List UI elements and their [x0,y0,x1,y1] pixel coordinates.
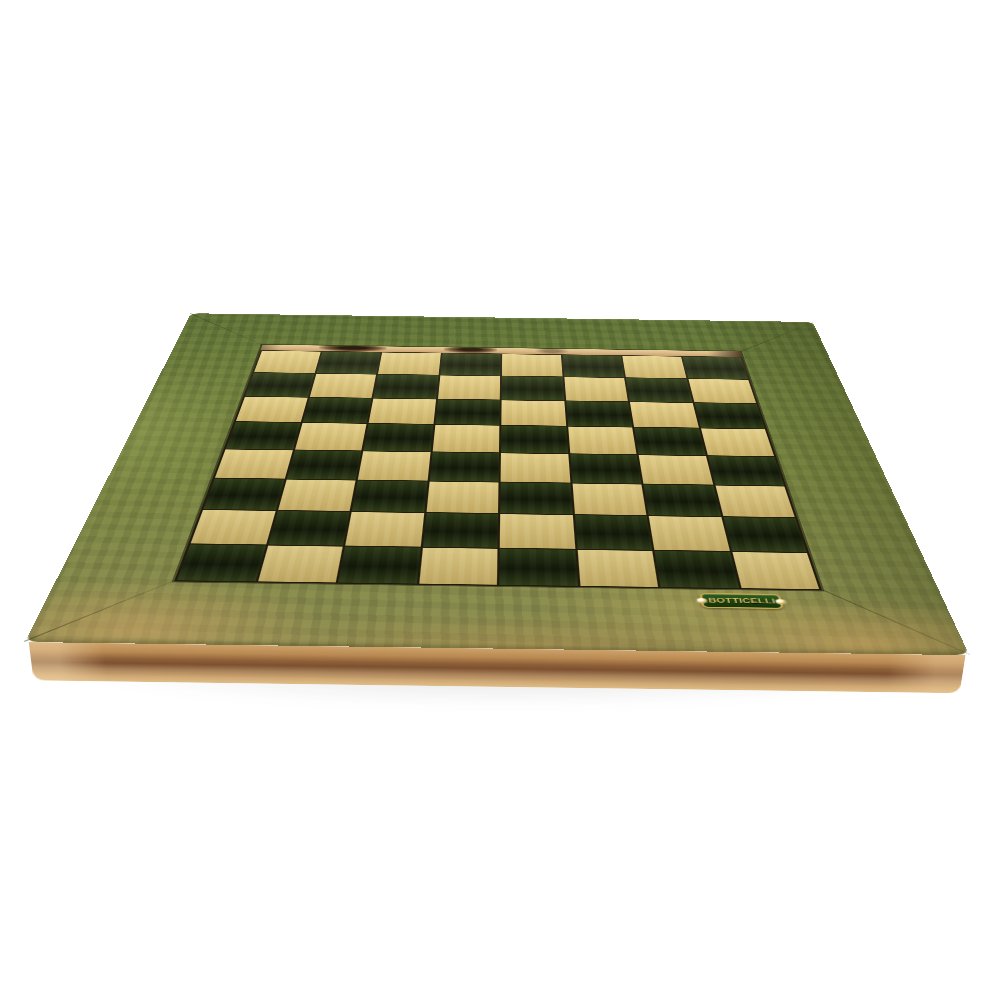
board-square[interactable] [654,551,738,588]
board-square[interactable] [708,456,785,486]
board-square[interactable] [177,544,265,581]
board-square[interactable] [258,545,343,582]
board-square[interactable] [309,374,376,398]
board-square[interactable] [438,376,501,400]
board-square[interactable] [352,480,427,512]
board-square[interactable] [358,451,430,480]
board-square[interactable] [378,352,440,374]
board-square[interactable] [268,511,349,545]
board-square[interactable] [501,400,565,426]
board-square[interactable] [278,479,356,511]
board-square[interactable] [715,485,795,517]
board-square[interactable] [363,424,433,451]
board-square[interactable] [694,403,765,429]
board-square[interactable] [568,427,637,454]
board-square[interactable] [426,481,499,513]
board-square[interactable] [191,510,275,544]
board-square[interactable] [245,373,314,397]
board-square[interactable] [639,455,713,485]
board-square[interactable] [723,517,806,551]
board-square[interactable] [688,379,756,403]
board-front-edge [29,642,966,693]
screw-icon [697,598,708,603]
board-square[interactable] [572,483,646,515]
brand-plaque: BOTTICELLI [699,593,784,609]
board-square[interactable] [502,354,562,376]
board-square[interactable] [429,452,499,481]
chess-board: BOTTICELLI [25,313,969,655]
board-square[interactable] [574,515,652,549]
screw-icon [775,599,786,604]
board-square[interactable] [732,552,819,589]
board-square[interactable] [570,454,641,484]
board-square[interactable] [419,548,498,585]
board-square[interactable] [626,378,692,402]
board-square[interactable] [682,357,748,379]
board-square[interactable] [622,356,686,378]
board-square[interactable] [226,422,300,449]
board-grid [174,350,822,590]
brand-plaque-label: BOTTICELLI [707,597,775,604]
frame-miter-seam [822,590,970,655]
board-square[interactable] [286,450,361,479]
frame-miter-seam [741,322,815,352]
board-square[interactable] [500,482,572,514]
board-square[interactable] [422,513,498,547]
board-square[interactable] [203,478,284,510]
board-square[interactable] [649,516,730,550]
board-square[interactable] [215,449,292,478]
board-square[interactable] [562,355,624,377]
board-square[interactable] [316,352,380,374]
board-scene: BOTTICELLI [120,69,880,829]
frame-miter-seam [24,581,174,642]
board-square[interactable] [435,399,500,425]
board-square[interactable] [500,514,575,548]
board-square[interactable] [499,549,577,586]
board-square[interactable] [236,397,307,422]
board-square[interactable] [302,398,371,423]
board-square[interactable] [373,375,438,399]
board-square[interactable] [432,425,499,452]
board-square[interactable] [254,351,320,373]
board-square[interactable] [345,512,423,546]
board-square[interactable] [566,401,632,427]
board-square[interactable] [630,402,698,428]
board-square[interactable] [701,428,775,456]
board-square[interactable] [338,546,420,583]
board-square[interactable] [369,398,436,424]
photo-canvas: BOTTICELLI [0,0,1000,1000]
board-square[interactable] [634,428,705,455]
board-square[interactable] [502,376,564,400]
frame-miter-seam [190,313,263,345]
board-square[interactable] [440,353,500,375]
board-square[interactable] [501,453,570,482]
board-square[interactable] [577,550,658,587]
board-square[interactable] [564,377,628,401]
playing-field [174,345,822,591]
board-square[interactable] [295,423,367,450]
board-square[interactable] [501,426,568,453]
board-square[interactable] [644,484,721,516]
